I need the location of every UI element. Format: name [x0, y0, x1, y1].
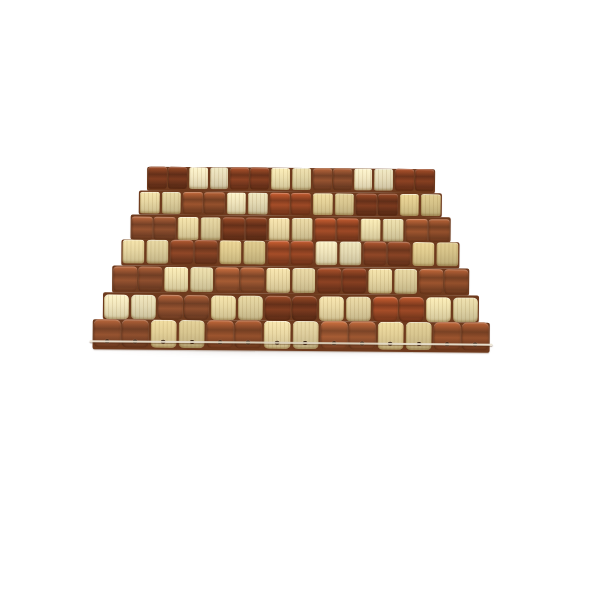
wood-slat [335, 193, 355, 215]
wood-slat [395, 169, 414, 191]
wood-slat [215, 267, 239, 292]
wood-slat [248, 193, 268, 215]
board-square[interactable] [229, 166, 270, 190]
board-square[interactable] [418, 268, 469, 295]
wood-slat [264, 321, 291, 349]
board-square[interactable] [206, 319, 263, 349]
wood-slat [250, 168, 269, 190]
wood-slat [394, 269, 418, 294]
wood-slat [161, 192, 181, 214]
wood-slat [412, 242, 434, 266]
wood-slat [211, 295, 236, 320]
wood-slat [189, 167, 208, 189]
board-square[interactable] [176, 216, 222, 241]
wood-slat [270, 193, 290, 215]
board-square[interactable] [425, 296, 479, 323]
wood-slat [271, 168, 290, 190]
wood-slat [368, 269, 392, 294]
board-square[interactable] [269, 192, 312, 216]
wood-slat [313, 193, 333, 215]
wood-slat [292, 321, 319, 349]
wood-slat [238, 295, 263, 320]
board-square[interactable] [218, 239, 267, 265]
wood-slat [190, 267, 214, 292]
wood-slat [148, 167, 167, 189]
wood-slat [377, 322, 404, 350]
board-square[interactable] [376, 321, 433, 351]
wood-slat [131, 295, 156, 320]
board-square[interactable] [149, 319, 206, 349]
wood-slat [340, 241, 362, 265]
wood-slat [291, 296, 317, 321]
wood-slat [319, 296, 344, 321]
board-square[interactable] [121, 238, 170, 264]
board-square[interactable] [405, 218, 451, 243]
wood-slat [387, 242, 410, 266]
wood-slat [266, 268, 290, 293]
wood-slat [399, 194, 419, 216]
board-row [112, 265, 469, 295]
wood-slat [171, 240, 194, 264]
board-square[interactable] [398, 193, 441, 217]
wood-slat [333, 168, 352, 190]
wood-slat [291, 193, 311, 215]
wood-slat [207, 320, 234, 348]
board-square[interactable] [266, 240, 315, 266]
wood-slat [104, 294, 129, 319]
wood-slat [364, 242, 387, 266]
wood-slat [428, 219, 450, 242]
board-square[interactable] [157, 294, 211, 321]
wood-slat [406, 219, 428, 242]
wood-slat [444, 269, 468, 294]
wood-slat [453, 297, 478, 322]
board-square[interactable] [313, 217, 359, 242]
board-square[interactable] [312, 167, 353, 191]
wood-slat [314, 218, 336, 241]
wood-slat [292, 268, 316, 293]
board-square[interactable] [359, 218, 405, 243]
wood-slat [204, 192, 224, 214]
wood-slat [372, 297, 398, 322]
board-square[interactable] [188, 166, 229, 190]
wood-slat [292, 168, 311, 190]
board-row [147, 167, 435, 194]
board-square[interactable] [210, 294, 264, 321]
board-square[interactable] [265, 267, 316, 294]
wood-slat [315, 241, 337, 265]
wood-slat [226, 192, 246, 214]
wood-slat [406, 322, 433, 350]
wood-slat [462, 322, 489, 350]
wood-slat [122, 239, 144, 263]
board-square[interactable] [131, 216, 177, 241]
board-square[interactable] [318, 295, 372, 322]
board-square[interactable] [170, 239, 219, 265]
wood-slat [374, 169, 393, 191]
board-square[interactable] [316, 267, 367, 294]
board-square[interactable] [182, 191, 225, 215]
wood-slat [346, 296, 371, 321]
wood-slat [342, 268, 366, 293]
board-square[interactable] [147, 166, 188, 190]
board-square[interactable] [411, 241, 460, 267]
board-square[interactable] [163, 266, 214, 293]
wood-slat [317, 268, 341, 293]
wood-slat [265, 296, 291, 321]
board-square[interactable] [319, 320, 376, 350]
board-square[interactable] [367, 268, 418, 295]
board-square[interactable] [363, 241, 412, 267]
wood-slat [168, 167, 187, 189]
board-square[interactable] [268, 217, 314, 242]
wood-slat [415, 169, 434, 191]
checkerboard-mat [0, 0, 600, 600]
wood-slat [113, 266, 137, 291]
wood-slat [150, 320, 177, 348]
board-square[interactable] [355, 192, 398, 216]
board-square[interactable] [314, 240, 363, 266]
wood-slat [194, 240, 217, 264]
board-square[interactable] [371, 296, 425, 323]
board-square[interactable] [264, 295, 318, 322]
board-square[interactable] [112, 265, 163, 292]
wood-slat [348, 321, 375, 349]
wood-slat [164, 267, 188, 292]
wood-slat [121, 319, 148, 347]
wood-slat [291, 241, 314, 265]
wood-slat [337, 218, 359, 241]
board-square[interactable] [93, 318, 150, 348]
wood-slat [383, 219, 404, 242]
wood-slat [200, 217, 221, 240]
board-square[interactable] [270, 167, 311, 191]
board-row [121, 239, 459, 268]
board-square[interactable] [263, 320, 320, 350]
wood-slat [179, 320, 206, 348]
wood-slat [399, 297, 425, 322]
wood-slat [243, 241, 265, 265]
wood-slat [94, 319, 121, 347]
wood-slat [377, 194, 397, 216]
wood-slat [313, 168, 332, 190]
wood-slat [183, 192, 203, 214]
board-row [93, 319, 490, 352]
wood-slat [158, 295, 184, 320]
wood-slat [210, 167, 229, 189]
wood-slat [184, 295, 210, 320]
wood-slat [132, 217, 154, 240]
wood-slat [436, 242, 458, 266]
wood-slat [426, 297, 451, 322]
wood-slat [235, 320, 262, 348]
board-row [139, 191, 442, 218]
wood-slat [177, 217, 198, 240]
board-square[interactable] [394, 168, 435, 192]
board-square[interactable] [222, 216, 268, 241]
wood-slat [421, 194, 441, 216]
board-square[interactable] [139, 191, 182, 215]
wood-slat [419, 269, 443, 294]
board-square[interactable] [214, 266, 265, 293]
wood-slat [140, 192, 160, 214]
board-square[interactable] [225, 191, 268, 215]
wood-slat [230, 167, 249, 189]
wood-slat [138, 267, 162, 292]
wood-slat [360, 219, 381, 242]
board-square[interactable] [312, 192, 355, 216]
wood-slat [223, 217, 245, 240]
wood-slat [269, 218, 290, 241]
product-photo-stage [0, 0, 600, 600]
wood-slat [245, 218, 267, 241]
board-square[interactable] [103, 293, 157, 320]
board-square[interactable] [353, 167, 394, 191]
board-square[interactable] [433, 321, 490, 351]
wood-slat [354, 168, 373, 190]
wood-slat [240, 267, 264, 292]
wood-slat [146, 240, 168, 264]
wood-slat [292, 218, 313, 241]
wood-slat [267, 241, 290, 265]
wood-slat [434, 322, 461, 350]
wood-slat [154, 217, 176, 240]
wood-slat [356, 193, 376, 215]
wood-slat [320, 321, 347, 349]
wood-slat [219, 240, 241, 264]
